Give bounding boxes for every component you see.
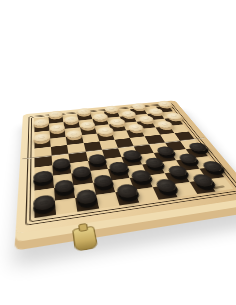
board-cell[interactable]	[174, 131, 194, 140]
piece-dark-man[interactable]: ⛂	[93, 174, 115, 188]
dark-man-glyph: ⛂	[122, 187, 133, 195]
piece-dark-man[interactable]: ⛂	[52, 157, 71, 169]
piece-light-man[interactable]: ⛀	[48, 111, 63, 118]
light-man-glyph: ⛀	[54, 126, 61, 131]
piece-light-man[interactable]: ⛀	[34, 118, 49, 126]
piece-light-man[interactable]: ⛀	[34, 133, 50, 143]
dark-man-glyph: ⛂	[39, 173, 48, 180]
light-man-glyph: ⛀	[125, 112, 133, 116]
dark-man-glyph: ⛂	[127, 152, 137, 158]
dark-man-glyph: ⛂	[136, 172, 147, 179]
draughts-board: ⛀⛀⛀⛀⛀⛀⛀⛀⛀⛀⛀⛀⛀⛀⛀⛀⛀⛀⛀⛀⛂⛂⛂⛂⛂⛂⛂⛂⛂⛂⛂⛂⛂⛂⛂⛂⛂⛂⛂⛂	[15, 100, 236, 234]
board-cell[interactable]: ⛂	[35, 201, 57, 218]
dark-man-glyph: ⛂	[160, 181, 172, 189]
piece-dark-man[interactable]: ⛂	[187, 142, 209, 152]
dark-man-glyph: ⛂	[149, 159, 159, 165]
piece-light-man[interactable]: ⛀	[80, 121, 96, 129]
light-man-glyph: ⛀	[108, 107, 115, 111]
board-cell[interactable]	[50, 137, 67, 147]
light-man-glyph: ⛀	[101, 128, 109, 133]
piece-light-man[interactable]: ⛀	[156, 120, 175, 128]
piece-dark-man[interactable]: ⛂	[75, 189, 97, 205]
piece-dark-man[interactable]: ⛂	[166, 165, 190, 178]
board-cell[interactable]: ⛂	[72, 171, 93, 185]
piece-light-man[interactable]: ⛀	[49, 124, 65, 133]
dark-man-glyph: ⛂	[93, 156, 102, 162]
light-man-glyph: ⛀	[38, 120, 45, 124]
dark-man-glyph: ⛂	[160, 148, 170, 154]
dark-man-glyph: ⛂	[98, 177, 108, 184]
piece-light-man[interactable]: ⛀	[157, 101, 174, 108]
piece-light-man[interactable]: ⛀	[66, 130, 83, 139]
light-man-glyph: ⛀	[114, 120, 122, 124]
board-cell[interactable]	[55, 198, 78, 215]
piece-dark-man[interactable]: ⛂	[54, 179, 75, 194]
piece-dark-man[interactable]: ⛂	[88, 153, 108, 165]
dark-man-glyph: ⛂	[172, 168, 183, 175]
dark-man-glyph: ⛂	[39, 198, 49, 207]
dark-man-glyph: ⛂	[59, 182, 69, 190]
light-man-glyph: ⛀	[84, 123, 92, 127]
piece-dark-man[interactable]: ⛂	[143, 157, 165, 169]
board-grid: ⛀⛀⛀⛀⛀⛀⛀⛀⛀⛀⛀⛀⛀⛀⛀⛀⛀⛀⛀⛀⛂⛂⛂⛂⛂⛂⛂⛂⛂⛂⛂⛂⛂⛂⛂⛂⛂⛂⛂⛂	[34, 106, 233, 218]
piece-dark-man[interactable]: ⛂	[201, 160, 225, 172]
board-cell[interactable]: ⛂	[53, 163, 72, 176]
dark-man-glyph: ⛂	[114, 164, 124, 171]
dark-man-glyph: ⛂	[183, 155, 194, 161]
light-man-glyph: ⛀	[131, 125, 140, 130]
dark-man-glyph: ⛂	[197, 176, 209, 183]
piece-dark-man[interactable]: ⛂	[72, 165, 92, 178]
light-man-glyph: ⛀	[38, 135, 45, 140]
board-cell[interactable]: ⛂	[88, 159, 108, 171]
light-man-glyph: ⛀	[152, 109, 160, 113]
piece-dark-man[interactable]: ⛂	[108, 161, 129, 174]
light-man-glyph: ⛀	[161, 102, 169, 106]
light-man-glyph: ⛀	[142, 117, 150, 121]
light-man-glyph: ⛀	[81, 110, 88, 114]
dark-man-glyph: ⛂	[57, 160, 66, 166]
piece-light-man[interactable]: ⛀	[165, 112, 183, 120]
dark-man-glyph: ⛂	[192, 144, 203, 150]
piece-dark-man[interactable]: ⛂	[34, 170, 53, 184]
piece-light-man[interactable]: ⛀	[64, 116, 79, 124]
board-cell[interactable]	[69, 152, 88, 163]
light-man-glyph: ⛀	[135, 105, 143, 109]
brass-clasp-left	[72, 226, 99, 252]
piece-dark-man[interactable]: ⛂	[34, 194, 55, 211]
light-man-glyph: ⛀	[97, 115, 105, 119]
board-cell[interactable]: ⛂	[76, 195, 99, 212]
product-photo: ⛀⛀⛀⛀⛀⛀⛀⛀⛀⛀⛀⛀⛀⛀⛀⛀⛀⛀⛀⛀⛂⛂⛂⛂⛂⛂⛂⛂⛂⛂⛂⛂⛂⛂⛂⛂⛂⛂⛂⛂	[0, 0, 236, 305]
light-man-glyph: ⛀	[70, 132, 78, 137]
light-man-glyph: ⛀	[68, 117, 75, 121]
light-man-glyph: ⛀	[52, 112, 59, 116]
dark-man-glyph: ⛂	[207, 163, 219, 170]
piece-light-man[interactable]: ⛀	[77, 108, 92, 115]
light-man-glyph: ⛀	[170, 114, 179, 118]
board-cell[interactable]: ⛂	[115, 190, 139, 206]
light-man-glyph: ⛀	[161, 122, 170, 126]
dark-man-glyph: ⛂	[81, 192, 92, 200]
dark-man-glyph: ⛂	[77, 168, 86, 175]
